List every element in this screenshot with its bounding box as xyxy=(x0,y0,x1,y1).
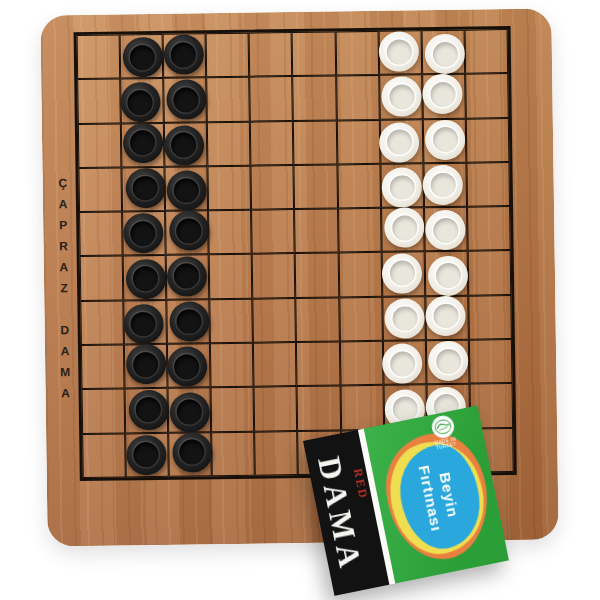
white-piece[interactable] xyxy=(381,77,422,118)
piece-recess xyxy=(130,45,155,70)
board-cell[interactable] xyxy=(335,31,379,76)
board-cell[interactable] xyxy=(338,252,382,297)
black-piece[interactable] xyxy=(122,123,163,164)
board-cell[interactable] xyxy=(206,33,250,78)
board-cell[interactable] xyxy=(77,34,121,79)
piece-recess xyxy=(389,84,414,109)
board-title-vertical: ÇAPRAZ DAMA xyxy=(51,153,73,429)
piece-recess xyxy=(430,172,455,197)
board-cell[interactable] xyxy=(80,300,124,345)
product-box: DAMA RED Beyin Fırtınası MADE IN TURKEY xyxy=(303,406,509,596)
board-cell[interactable] xyxy=(464,29,508,74)
board-cell[interactable] xyxy=(468,251,512,296)
board-cell[interactable] xyxy=(250,76,294,121)
piece-recess xyxy=(177,309,202,334)
board-cell[interactable] xyxy=(125,433,169,478)
brand-squiggle-icon xyxy=(433,416,454,437)
board-cell[interactable] xyxy=(382,296,426,341)
piece-recess xyxy=(136,397,161,422)
board-cell[interactable] xyxy=(210,343,254,388)
piece-recess xyxy=(433,127,458,152)
black-piece[interactable] xyxy=(163,34,204,75)
board-cell[interactable] xyxy=(381,207,425,252)
black-piece[interactable] xyxy=(126,344,167,385)
white-piece[interactable] xyxy=(385,298,426,339)
board-cell[interactable] xyxy=(254,386,298,431)
board-cell[interactable] xyxy=(165,166,209,211)
board-cell[interactable] xyxy=(166,299,210,344)
board-cell[interactable] xyxy=(163,78,207,123)
board-cell[interactable] xyxy=(252,254,296,299)
board-cell[interactable] xyxy=(336,119,380,164)
board-cell[interactable] xyxy=(165,210,209,255)
board-cell[interactable] xyxy=(465,73,509,118)
piece-recess xyxy=(176,218,201,243)
black-piece[interactable] xyxy=(167,347,208,388)
board-cell[interactable] xyxy=(164,122,208,167)
board-cell[interactable] xyxy=(251,165,295,210)
white-piece[interactable] xyxy=(423,165,464,206)
white-piece[interactable] xyxy=(425,210,466,251)
board-cell[interactable] xyxy=(423,163,467,208)
piece-recess xyxy=(390,351,415,376)
piece-recess xyxy=(171,133,196,158)
piece-recess xyxy=(171,42,196,67)
white-piece[interactable] xyxy=(428,341,469,382)
board-cell[interactable] xyxy=(379,119,423,164)
board-cell[interactable] xyxy=(255,431,299,476)
piece-recess xyxy=(433,42,458,67)
piece-recess xyxy=(128,90,153,115)
white-piece[interactable] xyxy=(423,74,464,115)
board-cell[interactable] xyxy=(338,208,382,253)
board-cell[interactable] xyxy=(166,255,210,300)
piece-recess xyxy=(392,215,417,240)
black-piece[interactable] xyxy=(123,304,164,345)
piece-recess xyxy=(387,39,412,64)
piece-recess xyxy=(134,442,159,467)
board-cell[interactable] xyxy=(380,163,424,208)
piece-recess xyxy=(392,306,417,331)
board-cell[interactable] xyxy=(249,32,293,77)
black-piece[interactable] xyxy=(169,392,210,433)
white-piece[interactable] xyxy=(382,253,423,294)
black-piece[interactable] xyxy=(125,168,166,209)
board-cell[interactable] xyxy=(82,433,126,478)
piece-recess xyxy=(177,400,202,425)
black-piece[interactable] xyxy=(166,80,207,121)
board-cell[interactable] xyxy=(124,344,168,389)
black-piece[interactable] xyxy=(128,389,169,430)
black-piece[interactable] xyxy=(123,213,164,254)
board-cell[interactable] xyxy=(383,340,427,385)
board-cell[interactable] xyxy=(77,79,121,124)
white-piece[interactable] xyxy=(425,34,466,75)
board-cell[interactable] xyxy=(424,251,468,296)
board-cell[interactable] xyxy=(339,297,383,342)
board-cell[interactable] xyxy=(208,166,252,211)
board-cell[interactable] xyxy=(253,298,297,343)
board-cell[interactable] xyxy=(210,298,254,343)
board-cell[interactable] xyxy=(297,386,341,431)
piece-recess xyxy=(180,440,205,465)
board-cell[interactable] xyxy=(467,206,511,251)
board-cell[interactable] xyxy=(251,209,295,254)
black-piece[interactable] xyxy=(172,432,213,473)
board-cell[interactable] xyxy=(209,254,253,299)
white-piece[interactable] xyxy=(384,208,425,249)
board-cell[interactable] xyxy=(250,121,294,166)
board-cell[interactable] xyxy=(469,339,513,384)
black-piece[interactable] xyxy=(169,211,210,252)
board-cell[interactable] xyxy=(81,345,125,390)
board-cell[interactable] xyxy=(206,77,250,122)
board-cell[interactable] xyxy=(253,342,297,387)
board-cell[interactable] xyxy=(424,207,468,252)
piece-recess xyxy=(174,264,199,289)
board-cell[interactable] xyxy=(381,252,425,297)
board-cell[interactable] xyxy=(78,123,122,168)
piece-recess xyxy=(174,178,199,203)
board-cell[interactable] xyxy=(295,209,339,254)
piece-recess xyxy=(174,354,199,379)
board-cell[interactable] xyxy=(379,75,423,120)
board-cell[interactable] xyxy=(339,341,383,386)
board-cell[interactable] xyxy=(337,164,381,209)
piece-recess xyxy=(433,218,458,243)
board-cell[interactable] xyxy=(295,253,339,298)
board-cell[interactable] xyxy=(292,31,336,76)
piece-recess xyxy=(174,87,199,112)
board-cell[interactable] xyxy=(163,33,207,78)
board-cell[interactable] xyxy=(80,256,124,301)
board-cell[interactable] xyxy=(123,255,167,300)
board-cell[interactable] xyxy=(466,162,510,207)
board-cell[interactable] xyxy=(125,388,169,433)
board-cell[interactable] xyxy=(123,300,167,345)
board-cell[interactable] xyxy=(296,342,340,387)
white-piece[interactable] xyxy=(379,122,420,163)
black-piece[interactable] xyxy=(169,301,210,342)
black-piece[interactable] xyxy=(126,435,167,476)
board-cell[interactable] xyxy=(296,297,340,342)
piece-recess xyxy=(436,349,461,374)
piece-recess xyxy=(131,312,156,337)
board-cell[interactable] xyxy=(78,167,122,212)
board-cell[interactable] xyxy=(120,78,164,123)
board-cell[interactable] xyxy=(293,76,337,121)
board-cell[interactable] xyxy=(82,389,126,434)
board-cell[interactable] xyxy=(426,340,470,385)
board-cell[interactable] xyxy=(207,121,251,166)
piece-recess xyxy=(387,130,412,155)
piece-recess xyxy=(430,82,455,107)
black-piece[interactable] xyxy=(164,125,205,166)
piece-recess xyxy=(390,261,415,286)
board-cell[interactable] xyxy=(211,431,255,476)
board-cell[interactable] xyxy=(168,388,212,433)
board-cell[interactable] xyxy=(468,295,512,340)
black-piece[interactable] xyxy=(122,37,163,78)
board-cell[interactable] xyxy=(423,118,467,163)
board-cell[interactable] xyxy=(211,387,255,432)
board-cell[interactable] xyxy=(167,343,211,388)
board-cell[interactable] xyxy=(208,210,252,255)
board-cell[interactable] xyxy=(168,432,212,477)
piece-recess xyxy=(433,303,458,328)
board-cell[interactable] xyxy=(122,211,166,256)
board-cell[interactable] xyxy=(121,122,165,167)
piece-recess xyxy=(133,352,158,377)
white-piece[interactable] xyxy=(379,31,420,72)
white-piece[interactable] xyxy=(382,344,423,385)
piece-recess xyxy=(436,263,461,288)
white-piece[interactable] xyxy=(428,255,469,296)
board-cell[interactable] xyxy=(425,295,469,340)
board-cell[interactable] xyxy=(293,120,337,165)
board-cell[interactable] xyxy=(336,75,380,120)
white-piece[interactable] xyxy=(382,167,423,208)
white-piece[interactable] xyxy=(426,296,467,337)
board-cell[interactable] xyxy=(466,118,510,163)
white-piece[interactable] xyxy=(425,119,466,160)
black-piece[interactable] xyxy=(166,256,207,297)
board-cell[interactable] xyxy=(122,167,166,212)
board-cell[interactable] xyxy=(79,212,123,257)
black-piece[interactable] xyxy=(166,170,207,211)
black-piece[interactable] xyxy=(120,82,161,123)
board-cell[interactable] xyxy=(378,30,422,75)
board-cell[interactable] xyxy=(294,164,338,209)
board-cell[interactable] xyxy=(340,385,384,430)
board-cell[interactable] xyxy=(120,34,164,79)
piece-recess xyxy=(130,221,155,246)
black-piece[interactable] xyxy=(125,259,166,300)
piece-recess xyxy=(130,130,155,155)
piece-recess xyxy=(133,176,158,201)
piece-recess xyxy=(133,266,158,291)
board-cell[interactable] xyxy=(421,30,465,75)
piece-recess xyxy=(389,175,414,200)
board-cell[interactable] xyxy=(422,74,466,119)
